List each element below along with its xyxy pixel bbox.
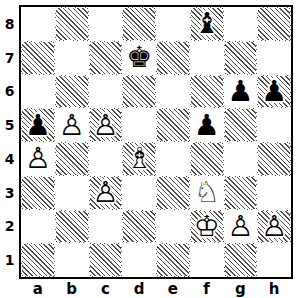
square-a6[interactable] — [21, 75, 55, 109]
square-b3[interactable] — [55, 176, 89, 210]
square-b4[interactable] — [55, 142, 89, 176]
square-b5[interactable]: ♟♙ — [55, 108, 89, 142]
square-a4[interactable]: ♟♙ — [21, 142, 55, 176]
square-e7[interactable] — [156, 41, 190, 75]
white-pawn-piece-fill: ♟ — [90, 109, 122, 141]
black-king-piece: ♚ — [122, 41, 156, 75]
file-label-g: g — [224, 280, 258, 298]
file-labels: abcdefgh — [21, 280, 291, 298]
square-c3[interactable]: ♟♙ — [89, 176, 123, 210]
square-h2[interactable]: ♟♙ — [257, 210, 291, 244]
file-label-f: f — [190, 280, 224, 298]
square-d5[interactable] — [122, 108, 156, 142]
file-label-h: h — [257, 280, 291, 298]
square-f7[interactable] — [190, 41, 224, 75]
black-bishop-piece: ♝ — [191, 8, 223, 40]
square-d6[interactable] — [122, 75, 156, 109]
rank-label-6: 6 — [0, 75, 19, 109]
white-pawn-piece: ♙ — [258, 211, 290, 243]
white-pawn-piece: ♙ — [90, 177, 122, 209]
file-label-a: a — [21, 280, 55, 298]
white-knight-piece: ♘ — [190, 176, 224, 210]
square-c4[interactable] — [89, 142, 123, 176]
square-f6[interactable] — [190, 75, 224, 109]
square-g5[interactable] — [224, 108, 258, 142]
square-d4[interactable]: ♝♗ — [122, 142, 156, 176]
rank-label-1: 1 — [0, 243, 19, 277]
rank-label-3: 3 — [0, 176, 19, 210]
square-e4[interactable] — [156, 142, 190, 176]
square-h6[interactable]: ♟ — [257, 75, 291, 109]
white-pawn-piece: ♙ — [21, 142, 55, 176]
square-c5[interactable]: ♟♙ — [89, 108, 123, 142]
square-h8[interactable] — [257, 7, 291, 41]
file-label-d: d — [122, 280, 156, 298]
white-pawn-piece-fill: ♟ — [258, 211, 290, 243]
square-b1[interactable] — [55, 243, 89, 277]
white-king-piece-fill: ♚ — [191, 211, 223, 243]
square-c8[interactable] — [89, 7, 123, 41]
rank-labels: 87654321 — [0, 7, 19, 277]
rank-label-5: 5 — [0, 108, 19, 142]
file-label-c: c — [89, 280, 123, 298]
square-g6[interactable]: ♟ — [224, 75, 258, 109]
square-e3[interactable] — [156, 176, 190, 210]
square-h5[interactable] — [257, 108, 291, 142]
black-pawn-piece: ♟ — [224, 75, 258, 109]
square-f3[interactable]: ♞♘ — [190, 176, 224, 210]
square-a2[interactable] — [21, 210, 55, 244]
square-a8[interactable] — [21, 7, 55, 41]
white-pawn-piece: ♙ — [224, 210, 258, 244]
white-bishop-piece: ♗ — [123, 143, 155, 175]
square-c1[interactable] — [89, 243, 123, 277]
square-d1[interactable] — [122, 243, 156, 277]
file-label-e: e — [156, 280, 190, 298]
square-c6[interactable] — [89, 75, 123, 109]
square-a3[interactable] — [21, 176, 55, 210]
white-pawn-piece-fill: ♟ — [224, 210, 258, 244]
square-d7[interactable]: ♚ — [122, 41, 156, 75]
white-bishop-piece-fill: ♝ — [123, 143, 155, 175]
square-g7[interactable] — [224, 41, 258, 75]
square-b6[interactable] — [55, 75, 89, 109]
rank-label-4: 4 — [0, 142, 19, 176]
square-h1[interactable] — [257, 243, 291, 277]
square-d2[interactable] — [122, 210, 156, 244]
square-a5[interactable]: ♟ — [21, 108, 55, 142]
square-b7[interactable] — [55, 41, 89, 75]
square-b8[interactable] — [55, 7, 89, 41]
white-king-piece: ♔ — [191, 211, 223, 243]
rank-label-2: 2 — [0, 210, 19, 244]
square-d8[interactable] — [122, 7, 156, 41]
white-pawn-piece: ♙ — [90, 109, 122, 141]
square-h4[interactable] — [257, 142, 291, 176]
board: ♝♚♟♟♟♟♙♟♙♟♟♙♝♗♟♙♞♘♚♔♟♙♟♙ — [19, 5, 293, 279]
square-g8[interactable] — [224, 7, 258, 41]
square-d3[interactable] — [122, 176, 156, 210]
square-e5[interactable] — [156, 108, 190, 142]
square-h7[interactable] — [257, 41, 291, 75]
rank-label-7: 7 — [0, 41, 19, 75]
square-b2[interactable] — [55, 210, 89, 244]
square-c7[interactable] — [89, 41, 123, 75]
white-knight-piece-fill: ♞ — [190, 176, 224, 210]
square-e1[interactable] — [156, 243, 190, 277]
square-f2[interactable]: ♚♔ — [190, 210, 224, 244]
black-pawn-piece: ♟ — [22, 109, 54, 141]
square-e6[interactable] — [156, 75, 190, 109]
square-f5[interactable]: ♟ — [190, 108, 224, 142]
square-c2[interactable] — [89, 210, 123, 244]
square-e2[interactable] — [156, 210, 190, 244]
square-h3[interactable] — [257, 176, 291, 210]
white-pawn-piece-fill: ♟ — [90, 177, 122, 209]
file-label-b: b — [55, 280, 89, 298]
square-g4[interactable] — [224, 142, 258, 176]
square-a7[interactable] — [21, 41, 55, 75]
chess-diagram: 87654321 ♝♚♟♟♟♟♙♟♙♟♟♙♝♗♟♙♞♘♚♔♟♙♟♙ abcdef… — [0, 0, 298, 298]
rank-label-8: 8 — [0, 7, 19, 41]
black-pawn-piece: ♟ — [190, 108, 224, 142]
square-g1[interactable] — [224, 243, 258, 277]
square-g2[interactable]: ♟♙ — [224, 210, 258, 244]
square-f4[interactable] — [190, 142, 224, 176]
square-g3[interactable] — [224, 176, 258, 210]
square-a1[interactable] — [21, 243, 55, 277]
white-pawn-piece-fill: ♟ — [21, 142, 55, 176]
square-f8[interactable]: ♝ — [190, 7, 224, 41]
white-pawn-piece-fill: ♟ — [55, 108, 89, 142]
black-pawn-piece: ♟ — [258, 76, 290, 108]
square-f1[interactable] — [190, 243, 224, 277]
white-pawn-piece: ♙ — [55, 108, 89, 142]
square-e8[interactable] — [156, 7, 190, 41]
